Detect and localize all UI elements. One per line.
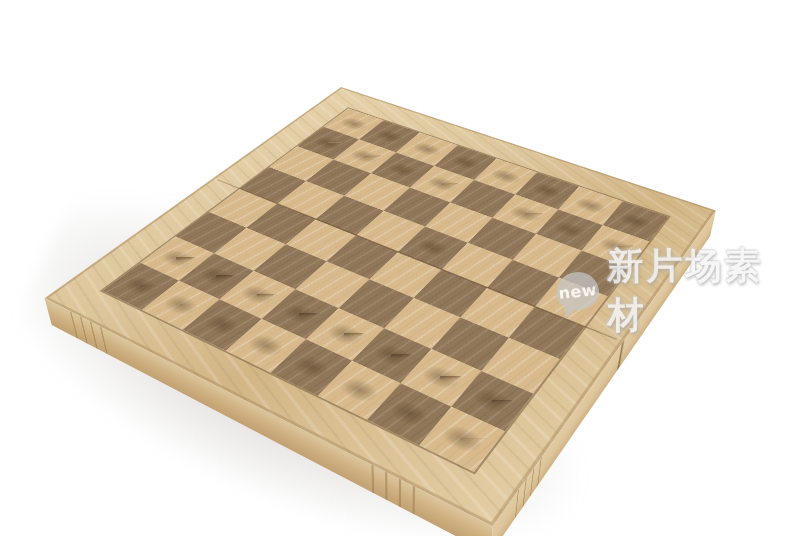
watermark-new-badge: new (554, 270, 601, 312)
pawn-icon: ♟ (501, 167, 549, 220)
square-a8: ♜ (419, 407, 505, 472)
watermark: new 新片场素材 (556, 242, 800, 340)
watermark-badge-label: new (558, 280, 598, 303)
pawn-icon: ♟ (544, 182, 593, 236)
piece-black-rook-a8: ♜ (461, 437, 463, 439)
piece-black-queen-d8: ♛ (311, 366, 313, 368)
pawn-icon: ♟ (407, 199, 457, 255)
rook-icon: ♜ (424, 363, 499, 446)
photo-background: ♜♞♝♚♛♝♞♜♟♟♟♟♟♟♟♟♟♟♟♟♟♟♟♟♜♞♝♚♛♝♞♜ new 新片场… (0, 0, 800, 536)
pawn-icon: ♟ (418, 139, 464, 190)
watermark-text: 新片场素材 (607, 242, 800, 340)
